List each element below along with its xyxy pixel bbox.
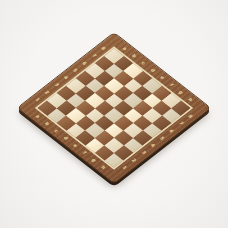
playing-area [35,46,193,170]
chessboard: abcdefgh abcdefgh 87654321 87654321 [16,32,211,184]
photo-background: abcdefgh abcdefgh 87654321 87654321 [0,0,228,228]
